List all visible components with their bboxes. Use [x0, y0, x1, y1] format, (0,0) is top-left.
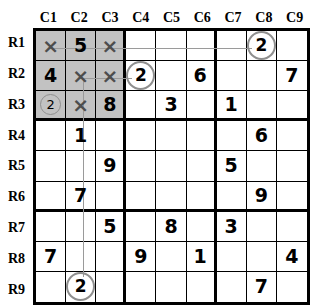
cell-R6C2[interactable]: 7: [66, 182, 96, 212]
cell-R6C6[interactable]: [187, 182, 217, 212]
given-digit: 5: [74, 36, 87, 55]
cell-R9C7[interactable]: [217, 272, 247, 302]
cell-R5C4[interactable]: [126, 151, 156, 181]
given-digit: 4: [44, 66, 57, 85]
given-digit: 8: [164, 217, 177, 236]
cell-R8C5[interactable]: [156, 242, 186, 272]
cell-R5C5[interactable]: [156, 151, 186, 181]
given-digit: 9: [255, 186, 268, 205]
given-digit: 6: [193, 66, 206, 85]
cell-R1C9[interactable]: [277, 31, 307, 61]
column-label-C6: C6: [187, 10, 218, 26]
row-labels: R1R2R3R4R5R6R7R8R9: [0, 28, 33, 305]
column-label-C8: C8: [248, 10, 279, 26]
cell-R3C6[interactable]: [187, 91, 217, 121]
cell-R1C2[interactable]: 5: [66, 31, 96, 61]
cell-R6C3[interactable]: [96, 182, 126, 212]
cell-R8C7[interactable]: [217, 242, 247, 272]
row-label-R7: R7: [0, 220, 33, 236]
elimination-x-icon: ×: [72, 66, 89, 86]
circled-digit: 2: [126, 61, 155, 90]
cell-R7C9[interactable]: [277, 212, 307, 242]
given-digit: 9: [134, 247, 147, 266]
elimination-x-icon: ×: [101, 66, 118, 86]
cell-R5C3[interactable]: 9: [96, 151, 126, 181]
column-label-C5: C5: [156, 10, 187, 26]
sudoku-diagram: C1C2C3C4C5C6C7C8C9 R1R2R3R4R5R6R7R8R9 ×5…: [0, 0, 313, 307]
cell-R5C2[interactable]: [66, 151, 96, 181]
cell-R6C8[interactable]: 9: [247, 182, 277, 212]
circled-digit: 2: [40, 94, 61, 115]
cell-R3C8[interactable]: [247, 91, 277, 121]
cell-R9C5[interactable]: [156, 272, 186, 302]
cell-R8C2[interactable]: [66, 242, 96, 272]
cell-R4C1[interactable]: [36, 121, 66, 151]
cell-R7C1[interactable]: [36, 212, 66, 242]
column-label-C2: C2: [64, 10, 95, 26]
given-digit: 8: [103, 95, 116, 114]
cell-R2C2[interactable]: ×: [66, 61, 96, 91]
cell-R6C7[interactable]: [217, 182, 247, 212]
given-digit: 7: [255, 277, 268, 296]
row-label-R4: R4: [0, 128, 33, 144]
cell-R3C4[interactable]: [126, 91, 156, 121]
column-label-C1: C1: [33, 10, 64, 26]
cell-R9C9[interactable]: [277, 272, 307, 302]
cell-R4C5[interactable]: [156, 121, 186, 151]
cell-R5C6[interactable]: [187, 151, 217, 181]
column-label-C4: C4: [125, 10, 156, 26]
cell-R7C3[interactable]: 5: [96, 212, 126, 242]
row-label-R1: R1: [0, 35, 33, 51]
diagram-frame: C1C2C3C4C5C6C7C8C9 R1R2R3R4R5R6R7R8R9 ×5…: [0, 0, 310, 305]
cell-R9C2[interactable]: 2: [66, 272, 96, 302]
given-digit: 5: [225, 156, 238, 175]
given-digit: 3: [225, 217, 238, 236]
cell-R2C9[interactable]: 7: [277, 61, 307, 91]
sudoku-board: ×5×24××2672×831169579583791427: [33, 28, 310, 305]
cell-R6C5[interactable]: [156, 182, 186, 212]
cell-R1C5[interactable]: [156, 31, 186, 61]
cell-R3C7[interactable]: 1: [217, 91, 247, 121]
cell-R5C1[interactable]: [36, 151, 66, 181]
cell-R4C6[interactable]: [187, 121, 217, 151]
cell-R2C3[interactable]: ×: [96, 61, 126, 91]
corner-spacer: [0, 0, 33, 28]
circled-digit: 2: [247, 31, 276, 60]
row-label-R8: R8: [0, 251, 33, 267]
cell-R1C7[interactable]: [217, 31, 247, 61]
given-digit: 1: [225, 95, 238, 114]
column-headers: C1C2C3C4C5C6C7C8C9: [33, 0, 310, 28]
cell-R5C9[interactable]: [277, 151, 307, 181]
cell-R5C8[interactable]: [247, 151, 277, 181]
cell-R1C1[interactable]: ×: [36, 31, 66, 61]
cell-R9C8[interactable]: 7: [247, 272, 277, 302]
elimination-x-icon: ×: [72, 95, 89, 115]
given-digit: 1: [74, 126, 87, 145]
cell-R2C1[interactable]: 4: [36, 61, 66, 91]
cell-R1C4[interactable]: [126, 31, 156, 61]
cell-R6C9[interactable]: [277, 182, 307, 212]
given-digit: 7: [285, 66, 298, 85]
given-digit: 7: [44, 247, 57, 266]
cell-R3C5[interactable]: 3: [156, 91, 186, 121]
cell-R6C4[interactable]: [126, 182, 156, 212]
given-digit: 4: [285, 247, 298, 266]
cell-R7C6[interactable]: [187, 212, 217, 242]
given-digit: 5: [103, 217, 116, 236]
cell-R3C9[interactable]: [277, 91, 307, 121]
cell-R2C4[interactable]: 2: [126, 61, 156, 91]
cell-R9C4[interactable]: [126, 272, 156, 302]
cell-R7C5[interactable]: 8: [156, 212, 186, 242]
given-digit: 3: [164, 95, 177, 114]
cell-R4C8[interactable]: 6: [247, 121, 277, 151]
elimination-x-icon: ×: [101, 36, 118, 56]
cell-R3C1[interactable]: 2: [36, 91, 66, 121]
cell-R8C6[interactable]: 1: [187, 242, 217, 272]
column-label-C7: C7: [218, 10, 249, 26]
cell-R9C6[interactable]: [187, 272, 217, 302]
column-label-C9: C9: [279, 10, 310, 26]
cell-R2C6[interactable]: 6: [187, 61, 217, 91]
cell-R7C2[interactable]: [66, 212, 96, 242]
cell-R3C2[interactable]: ×: [66, 91, 96, 121]
cell-R4C9[interactable]: [277, 121, 307, 151]
cell-R8C4[interactable]: 9: [126, 242, 156, 272]
row-label-R6: R6: [0, 189, 33, 205]
cell-R9C1[interactable]: [36, 272, 66, 302]
cell-R2C8[interactable]: [247, 61, 277, 91]
cell-R2C5[interactable]: [156, 61, 186, 91]
cell-R8C3[interactable]: [96, 242, 126, 272]
cell-R4C4[interactable]: [126, 121, 156, 151]
row-label-R9: R9: [0, 282, 33, 298]
cell-R4C3[interactable]: [96, 121, 126, 151]
cell-R7C7[interactable]: 3: [217, 212, 247, 242]
cell-R1C8[interactable]: 2: [247, 31, 277, 61]
cell-R4C7[interactable]: [217, 121, 247, 151]
given-digit: 9: [103, 156, 116, 175]
given-digit: 6: [255, 126, 268, 145]
row-label-R5: R5: [0, 158, 33, 174]
row-label-R3: R3: [0, 97, 33, 113]
elimination-x-icon: ×: [42, 36, 59, 56]
cell-R2C7[interactable]: [217, 61, 247, 91]
cell-R8C1[interactable]: 7: [36, 242, 66, 272]
cell-R1C6[interactable]: [187, 31, 217, 61]
circled-digit: 2: [66, 272, 95, 301]
cell-R5C7[interactable]: 5: [217, 151, 247, 181]
given-digit: 1: [193, 247, 206, 266]
cell-R9C3[interactable]: [96, 272, 126, 302]
cell-R3C3[interactable]: 8: [96, 91, 126, 121]
cell-R7C8[interactable]: [247, 212, 277, 242]
row-label-R2: R2: [0, 66, 33, 82]
column-label-C3: C3: [95, 10, 126, 26]
cell-R6C1[interactable]: [36, 182, 66, 212]
cell-R8C8[interactable]: [247, 242, 277, 272]
given-digit: 7: [74, 186, 87, 205]
cell-R7C4[interactable]: [126, 212, 156, 242]
cell-R8C9[interactable]: 4: [277, 242, 307, 272]
cell-R4C2[interactable]: 1: [66, 121, 96, 151]
cell-R1C3[interactable]: ×: [96, 31, 126, 61]
